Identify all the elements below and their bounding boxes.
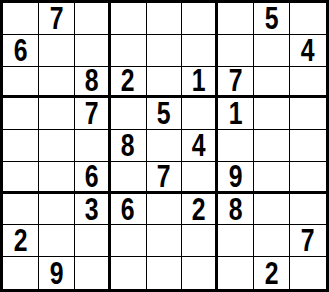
given-digit: 4 — [192, 130, 206, 161]
sudoku-cell-r9c1[interactable] — [3, 257, 39, 289]
sudoku-cell-r9c4[interactable] — [111, 257, 147, 289]
given-digit: 7 — [301, 225, 315, 256]
sudoku-cell-r3c4[interactable]: 2 — [111, 67, 147, 99]
sudoku-cell-r7c7[interactable]: 8 — [218, 194, 254, 226]
sudoku-cell-r6c4[interactable] — [111, 162, 147, 194]
given-digit: 7 — [157, 162, 171, 192]
given-digit: 2 — [121, 67, 135, 97]
sudoku-cell-r5c2[interactable] — [39, 130, 75, 162]
sudoku-cell-r1c7[interactable] — [218, 3, 254, 35]
sudoku-cell-r6c7[interactable]: 9 — [218, 162, 254, 194]
sudoku-cell-r1c5[interactable] — [147, 3, 183, 35]
sudoku-cell-r6c5[interactable]: 7 — [147, 162, 183, 194]
sudoku-cell-r7c3[interactable]: 3 — [75, 194, 111, 226]
sudoku-cell-r7c5[interactable] — [147, 194, 183, 226]
sudoku-cell-r7c8[interactable] — [254, 194, 290, 226]
sudoku-cell-r5c9[interactable] — [290, 130, 326, 162]
sudoku-cell-r6c6[interactable] — [182, 162, 218, 194]
sudoku-cell-r1c9[interactable] — [290, 3, 326, 35]
sudoku-cell-r5c5[interactable] — [147, 130, 183, 162]
sudoku-cell-r4c1[interactable] — [3, 98, 39, 130]
given-digit: 8 — [84, 67, 98, 97]
given-digit: 9 — [49, 258, 63, 289]
given-digit: 6 — [84, 162, 98, 192]
sudoku-cell-r8c6[interactable] — [182, 225, 218, 257]
sudoku-cell-r4c3[interactable]: 7 — [75, 98, 111, 130]
sudoku-cell-r1c2[interactable]: 7 — [39, 3, 75, 35]
sudoku-cell-r5c4[interactable]: 8 — [111, 130, 147, 162]
sudoku-cell-r3c6[interactable]: 1 — [182, 67, 218, 99]
given-digit: 2 — [192, 194, 206, 225]
sudoku-cell-r2c3[interactable] — [75, 35, 111, 67]
sudoku-cell-r8c2[interactable] — [39, 225, 75, 257]
sudoku-cell-r4c8[interactable] — [254, 98, 290, 130]
sudoku-cell-r1c3[interactable] — [75, 3, 111, 35]
sudoku-cell-r4c5[interactable]: 5 — [147, 98, 183, 130]
given-digit: 7 — [84, 98, 98, 129]
sudoku-cell-r2c9[interactable]: 4 — [290, 35, 326, 67]
given-digit: 4 — [301, 35, 315, 66]
sudoku-cell-r6c1[interactable] — [3, 162, 39, 194]
sudoku-cell-r1c1[interactable] — [3, 3, 39, 35]
given-digit: 8 — [229, 194, 243, 225]
sudoku-cell-r9c2[interactable]: 9 — [39, 257, 75, 289]
sudoku-cell-r4c2[interactable] — [39, 98, 75, 130]
sudoku-cell-r8c1[interactable]: 2 — [3, 225, 39, 257]
given-digit: 5 — [157, 98, 171, 129]
sudoku-cell-r2c5[interactable] — [147, 35, 183, 67]
sudoku-cell-r2c4[interactable] — [111, 35, 147, 67]
sudoku-cell-r7c2[interactable] — [39, 194, 75, 226]
sudoku-cell-r7c9[interactable] — [290, 194, 326, 226]
sudoku-cell-r2c8[interactable] — [254, 35, 290, 67]
sudoku-cell-r7c6[interactable]: 2 — [182, 194, 218, 226]
sudoku-cell-r8c5[interactable] — [147, 225, 183, 257]
sudoku-cell-r9c5[interactable] — [147, 257, 183, 289]
given-digit: 2 — [265, 258, 279, 289]
sudoku-cell-r6c8[interactable] — [254, 162, 290, 194]
sudoku-cell-r9c7[interactable] — [218, 257, 254, 289]
given-digit: 6 — [14, 35, 28, 66]
sudoku-cell-r3c7[interactable]: 7 — [218, 67, 254, 99]
sudoku-cell-r5c7[interactable] — [218, 130, 254, 162]
given-digit: 5 — [265, 3, 279, 34]
given-digit: 1 — [192, 67, 206, 97]
given-digit: 6 — [121, 194, 135, 225]
sudoku-cell-r3c8[interactable] — [254, 67, 290, 99]
sudoku-cell-r9c6[interactable] — [182, 257, 218, 289]
sudoku-cell-r5c6[interactable]: 4 — [182, 130, 218, 162]
sudoku-cell-r4c9[interactable] — [290, 98, 326, 130]
sudoku-cell-r4c7[interactable]: 1 — [218, 98, 254, 130]
sudoku-cell-r2c7[interactable] — [218, 35, 254, 67]
given-digit: 9 — [229, 162, 243, 192]
sudoku-cell-r1c6[interactable] — [182, 3, 218, 35]
sudoku-cell-r7c1[interactable] — [3, 194, 39, 226]
sudoku-cell-r3c1[interactable] — [3, 67, 39, 99]
given-digit: 7 — [49, 3, 63, 34]
sudoku-cell-r5c8[interactable] — [254, 130, 290, 162]
sudoku-cell-r8c3[interactable] — [75, 225, 111, 257]
sudoku-cell-r3c3[interactable]: 8 — [75, 67, 111, 99]
sudoku-cell-r8c4[interactable] — [111, 225, 147, 257]
sudoku-cell-r7c4[interactable]: 6 — [111, 194, 147, 226]
sudoku-cell-r3c9[interactable] — [290, 67, 326, 99]
sudoku-cell-r6c9[interactable] — [290, 162, 326, 194]
sudoku-cell-r1c4[interactable] — [111, 3, 147, 35]
sudoku-cell-r3c2[interactable] — [39, 67, 75, 99]
sudoku-cell-r8c7[interactable] — [218, 225, 254, 257]
sudoku-cell-r4c6[interactable] — [182, 98, 218, 130]
sudoku-cell-r4c4[interactable] — [111, 98, 147, 130]
sudoku-cell-r9c9[interactable] — [290, 257, 326, 289]
given-digit: 8 — [121, 130, 135, 161]
sudoku-cell-r8c9[interactable]: 7 — [290, 225, 326, 257]
sudoku-board: 756482177518467936282792 — [0, 0, 329, 292]
sudoku-cell-r5c1[interactable] — [3, 130, 39, 162]
given-digit: 2 — [14, 225, 28, 256]
sudoku-cell-r9c3[interactable] — [75, 257, 111, 289]
sudoku-cell-r2c1[interactable]: 6 — [3, 35, 39, 67]
given-digit: 3 — [84, 194, 98, 225]
sudoku-cell-r2c2[interactable] — [39, 35, 75, 67]
sudoku-cell-r5c3[interactable] — [75, 130, 111, 162]
sudoku-cell-r8c8[interactable] — [254, 225, 290, 257]
given-digit: 1 — [229, 98, 243, 129]
sudoku-cell-r6c3[interactable]: 6 — [75, 162, 111, 194]
sudoku-cell-r2c6[interactable] — [182, 35, 218, 67]
sudoku-cell-r6c2[interactable] — [39, 162, 75, 194]
given-digit: 7 — [229, 67, 243, 97]
sudoku-cell-r3c5[interactable] — [147, 67, 183, 99]
sudoku-cell-r1c8[interactable]: 5 — [254, 3, 290, 35]
sudoku-cell-r9c8[interactable]: 2 — [254, 257, 290, 289]
